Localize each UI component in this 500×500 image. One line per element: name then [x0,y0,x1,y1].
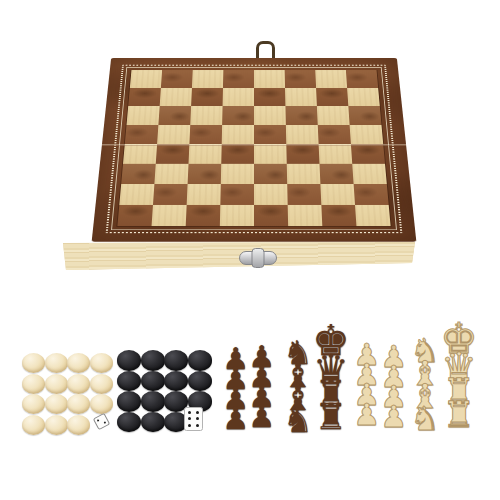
dark-knight-piece: ♞ [283,404,313,437]
checker-row [117,371,211,392]
board-square [190,106,222,125]
board-square [350,125,384,144]
folded-chess-board [92,58,417,242]
board-square [191,88,223,106]
board-square [152,205,187,226]
board-square [221,144,254,164]
board-square [286,144,319,164]
board-square [160,88,192,106]
dark-checker-piece [117,412,141,433]
board-square [119,184,154,205]
board-square [321,205,356,226]
dark-chess-column: ♚♛♜♜ [314,320,348,435]
product-photo: ♟♟♟♟♟♟♟♟♞♝♝♞♚♛♜♜♟♟♟♟♟♟♟♟♞♝♝♞♚♛♜♜ [0,0,500,500]
clasp-icon [239,251,277,265]
light-checker-piece [67,394,90,414]
board-square [254,184,288,205]
white-die [184,407,203,431]
board-square [288,205,323,226]
light-rook-piece: ♜ [443,397,475,433]
board-square [254,205,288,226]
board-square [223,70,254,88]
board-square [186,205,221,226]
board-square [153,184,188,205]
checkerboard-grid [117,70,390,226]
board-square [254,88,285,106]
light-chess-column: ♟♟♟♟ [377,342,411,432]
board-square [156,144,190,164]
board-square [319,164,353,184]
board-square [192,70,223,88]
light-checker-piece [22,374,45,394]
board-square [188,164,222,184]
checker-row [117,350,211,371]
board-square [222,106,254,125]
dark-checker-piece [188,350,212,371]
board-square [220,184,254,205]
checker-row [22,394,112,415]
board-square [287,184,321,205]
light-knight-piece: ♞ [410,402,440,435]
light-checker-piece [22,394,45,414]
board-square [254,164,287,184]
dark-checker-piece [117,391,141,412]
dark-checker-piece [141,391,165,412]
board-square [254,106,286,125]
dark-checker-piece [141,350,165,371]
dark-checker-piece [117,350,141,371]
board-square [121,164,156,184]
board-square [127,106,160,125]
dark-checker-piece [164,350,188,371]
board-square [320,184,355,205]
board-square [318,125,351,144]
board-square [157,125,190,144]
board-square [316,88,348,106]
board-square [222,125,254,144]
light-checker-piece [67,415,90,435]
board-square [158,106,191,125]
board-square [285,70,316,88]
light-checker-piece [45,374,68,394]
board-border [92,58,417,242]
board-square [128,88,161,106]
light-checker-piece [22,353,45,373]
board-square [130,70,162,88]
light-checker-piece [90,353,113,373]
board-square [285,106,317,125]
light-checker-piece [45,415,68,435]
board-square [346,70,378,88]
dark-rook-piece: ♜ [315,399,347,435]
board-square [189,125,222,144]
board-square [286,125,319,144]
light-chess-column: ♚♛♜♜ [442,318,476,433]
board-square [317,106,350,125]
board-square [117,205,153,226]
fold-seam [102,144,406,146]
checker-row [22,374,112,395]
board-square [287,164,321,184]
light-checker-piece [90,394,113,414]
board-square [254,125,286,144]
dark-checker-piece [141,371,165,392]
dark-checker-piece [164,371,188,392]
dark-pawn-piece: ♟ [249,402,276,432]
dark-checker-piece [188,371,212,392]
board-square [223,88,254,106]
light-checker-piece [22,415,45,435]
board-square [220,205,254,226]
dark-checker-piece [141,412,165,433]
light-checker-piece [67,374,90,394]
checker-row [22,353,112,374]
light-pawn-piece: ♟ [381,402,408,432]
board-square [285,88,317,106]
board-square [221,164,254,184]
board-square [348,106,381,125]
board-square [161,70,193,88]
light-checker-piece [45,353,68,373]
board-square [319,144,353,164]
board-square [355,205,391,226]
board-square [254,70,285,88]
board-square [125,125,159,144]
dark-chess-column: ♞♝♝♞ [281,336,315,437]
dark-chess-column: ♟♟♟♟ [245,342,279,432]
board-square [154,164,188,184]
board-square [351,144,385,164]
light-checker-piece [90,374,113,394]
board-square [189,144,222,164]
board-square [354,184,389,205]
board-square [347,88,380,106]
board-square [187,184,221,205]
board-square [315,70,347,88]
light-chess-column: ♞♝♝♞ [408,334,442,435]
dark-checker-piece [117,371,141,392]
board-square [254,144,287,164]
board-square [352,164,387,184]
light-checker-piece [45,394,68,414]
board-square [123,144,157,164]
light-checker-piece [67,353,90,373]
